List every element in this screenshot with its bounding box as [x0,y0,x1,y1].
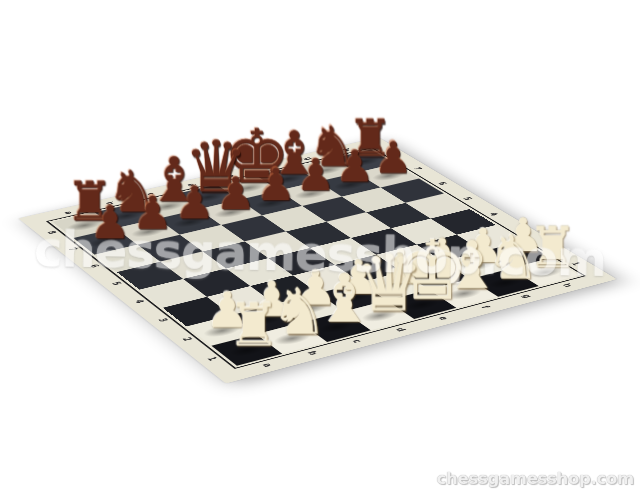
product-photo-canvas: ♜♞♝♛♚♝♞♜♟♟♟♟♟♟♟♟♟♟♟♟♟♟♟♟♜♞♝♛♚♝♞♜ aa11bb2… [0,0,640,495]
piece-white-rook-a1: ♜ [204,295,304,355]
coord-label-file-a-south: a [258,361,276,369]
piece-brown-pawn-a7: ♟ [64,199,156,245]
coord-label-file-d-south: d [391,326,409,334]
brand-website-text: chessgamesshop.com [437,469,634,488]
coord-label-file-b-south: b [303,349,321,357]
coord-label-file-g-south: g [518,293,535,300]
board-grid: ♜♞♝♛♚♝♞♜♟♟♟♟♟♟♟♟♟♟♟♟♟♟♟♟♜♞♝♛♚♝♞♜ [52,150,579,366]
coord-label-file-h-south: h [558,282,575,289]
chess-board: ♜♞♝♛♚♝♞♜♟♟♟♟♟♟♟♟♟♟♟♟♟♟♟♟♜♞♝♛♚♝♞♜ aa11bb2… [18,137,616,383]
square-a1: ♜ [211,334,282,366]
chess-scene: ♜♞♝♛♚♝♞♜♟♟♟♟♟♟♟♟♟♟♟♟♟♟♟♟♜♞♝♛♚♝♞♜ aa11bb2… [0,0,640,495]
coord-label-file-c-south: c [348,337,366,345]
